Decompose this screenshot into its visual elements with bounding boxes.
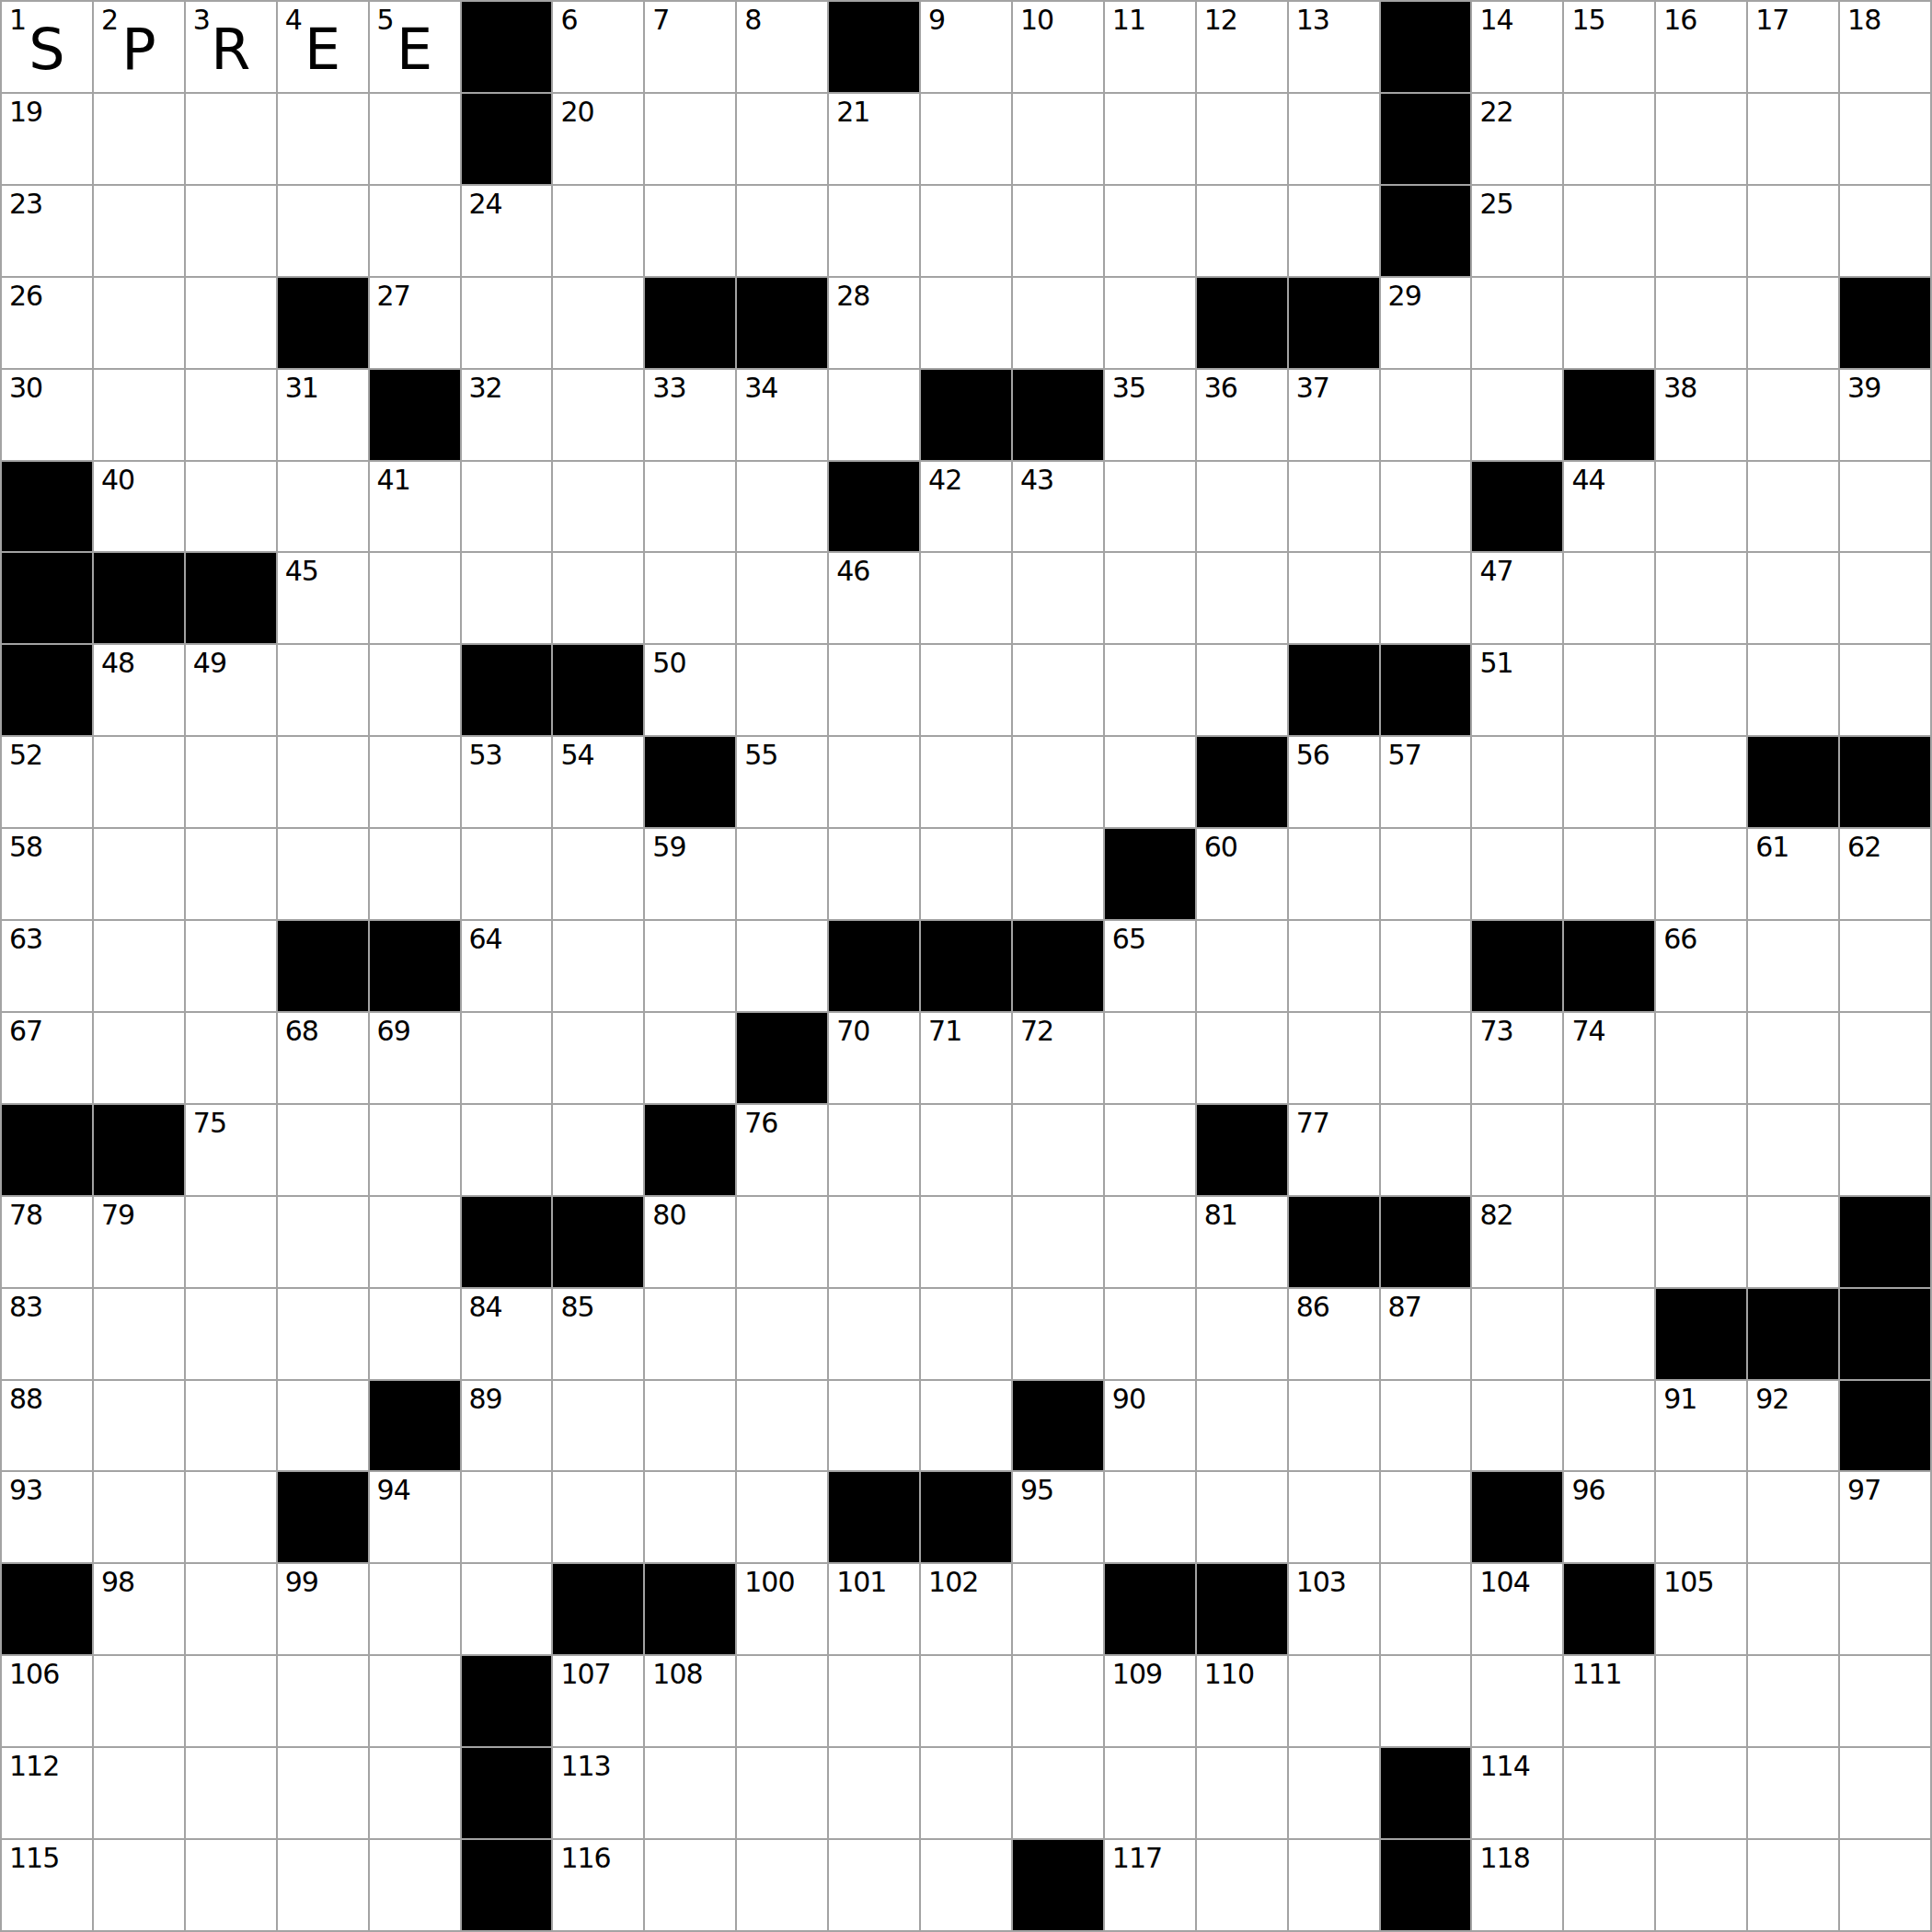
white-cell-r9c9[interactable] xyxy=(829,829,919,919)
white-cell-r2c16[interactable]: 25 xyxy=(1472,186,1562,276)
white-cell-r3c2[interactable] xyxy=(186,278,276,368)
white-cell-r6c15[interactable] xyxy=(1381,553,1471,643)
white-cell-r2c12[interactable] xyxy=(1105,186,1195,276)
white-cell-r18c7[interactable]: 108 xyxy=(645,1656,735,1746)
white-cell-r18c2[interactable] xyxy=(186,1656,276,1746)
white-cell-r4c19[interactable] xyxy=(1748,370,1838,460)
white-cell-r15c10[interactable] xyxy=(921,1381,1011,1471)
white-cell-r3c12[interactable] xyxy=(1105,278,1195,368)
white-cell-r6c4[interactable] xyxy=(370,553,460,643)
white-cell-r11c12[interactable] xyxy=(1105,1013,1195,1103)
white-cell-r0c1[interactable]: 2P xyxy=(94,2,184,92)
white-cell-r8c3[interactable] xyxy=(278,737,368,827)
white-cell-r15c13[interactable] xyxy=(1197,1381,1287,1471)
white-cell-r7c2[interactable]: 49 xyxy=(186,645,276,735)
white-cell-r11c17[interactable]: 74 xyxy=(1564,1013,1654,1103)
white-cell-r18c0[interactable]: 106 xyxy=(2,1656,92,1746)
white-cell-r19c13[interactable] xyxy=(1197,1748,1287,1838)
white-cell-r12c8[interactable]: 76 xyxy=(737,1105,827,1195)
white-cell-r9c18[interactable] xyxy=(1656,829,1746,919)
white-cell-r7c4[interactable] xyxy=(370,645,460,735)
white-cell-r13c18[interactable] xyxy=(1656,1197,1746,1287)
white-cell-r9c5[interactable] xyxy=(462,829,552,919)
white-cell-r14c2[interactable] xyxy=(186,1289,276,1379)
white-cell-r9c20[interactable]: 62 xyxy=(1840,829,1930,919)
white-cell-r5c13[interactable] xyxy=(1197,462,1287,552)
white-cell-r5c12[interactable] xyxy=(1105,462,1195,552)
white-cell-r5c3[interactable] xyxy=(278,462,368,552)
white-cell-r19c8[interactable] xyxy=(737,1748,827,1838)
white-cell-r13c7[interactable]: 80 xyxy=(645,1197,735,1287)
white-cell-r4c6[interactable] xyxy=(553,370,643,460)
white-cell-r8c1[interactable] xyxy=(94,737,184,827)
white-cell-r4c18[interactable]: 38 xyxy=(1656,370,1746,460)
white-cell-r19c14[interactable] xyxy=(1289,1748,1379,1838)
white-cell-r9c7[interactable]: 59 xyxy=(645,829,735,919)
white-cell-r15c18[interactable]: 91 xyxy=(1656,1381,1746,1471)
white-cell-r5c7[interactable] xyxy=(645,462,735,552)
white-cell-r15c8[interactable] xyxy=(737,1381,827,1471)
white-cell-r11c11[interactable]: 72 xyxy=(1013,1013,1103,1103)
white-cell-r5c17[interactable]: 44 xyxy=(1564,462,1654,552)
white-cell-r20c0[interactable]: 115 xyxy=(2,1840,92,1930)
white-cell-r18c19[interactable] xyxy=(1748,1656,1838,1746)
white-cell-r4c13[interactable]: 36 xyxy=(1197,370,1287,460)
white-cell-r6c13[interactable] xyxy=(1197,553,1287,643)
white-cell-r9c2[interactable] xyxy=(186,829,276,919)
white-cell-r13c12[interactable] xyxy=(1105,1197,1195,1287)
white-cell-r3c18[interactable] xyxy=(1656,278,1746,368)
white-cell-r15c6[interactable] xyxy=(553,1381,643,1471)
white-cell-r18c11[interactable] xyxy=(1013,1656,1103,1746)
white-cell-r2c6[interactable] xyxy=(553,186,643,276)
white-cell-r2c9[interactable] xyxy=(829,186,919,276)
white-cell-r6c10[interactable] xyxy=(921,553,1011,643)
white-cell-r4c14[interactable]: 37 xyxy=(1289,370,1379,460)
white-cell-r14c9[interactable] xyxy=(829,1289,919,1379)
white-cell-r8c8[interactable]: 55 xyxy=(737,737,827,827)
white-cell-r6c20[interactable] xyxy=(1840,553,1930,643)
white-cell-r7c10[interactable] xyxy=(921,645,1011,735)
white-cell-r2c2[interactable] xyxy=(186,186,276,276)
white-cell-r7c16[interactable]: 51 xyxy=(1472,645,1562,735)
white-cell-r19c16[interactable]: 114 xyxy=(1472,1748,1562,1838)
white-cell-r9c3[interactable] xyxy=(278,829,368,919)
white-cell-r17c16[interactable]: 104 xyxy=(1472,1564,1562,1654)
white-cell-r19c3[interactable] xyxy=(278,1748,368,1838)
white-cell-r6c18[interactable] xyxy=(1656,553,1746,643)
white-cell-r0c20[interactable]: 18 xyxy=(1840,2,1930,92)
white-cell-r14c15[interactable]: 87 xyxy=(1381,1289,1471,1379)
white-cell-r11c3[interactable]: 68 xyxy=(278,1013,368,1103)
white-cell-r16c20[interactable]: 97 xyxy=(1840,1472,1930,1562)
white-cell-r2c3[interactable] xyxy=(278,186,368,276)
white-cell-r13c3[interactable] xyxy=(278,1197,368,1287)
white-cell-r19c12[interactable] xyxy=(1105,1748,1195,1838)
white-cell-r11c16[interactable]: 73 xyxy=(1472,1013,1562,1103)
white-cell-r19c17[interactable] xyxy=(1564,1748,1654,1838)
white-cell-r19c1[interactable] xyxy=(94,1748,184,1838)
white-cell-r2c8[interactable] xyxy=(737,186,827,276)
white-cell-r17c18[interactable]: 105 xyxy=(1656,1564,1746,1654)
white-cell-r17c1[interactable]: 98 xyxy=(94,1564,184,1654)
white-cell-r20c13[interactable] xyxy=(1197,1840,1287,1930)
white-cell-r19c10[interactable] xyxy=(921,1748,1011,1838)
white-cell-r19c11[interactable] xyxy=(1013,1748,1103,1838)
white-cell-r14c8[interactable] xyxy=(737,1289,827,1379)
white-cell-r7c3[interactable] xyxy=(278,645,368,735)
white-cell-r9c11[interactable] xyxy=(1013,829,1103,919)
white-cell-r10c6[interactable] xyxy=(553,921,643,1011)
white-cell-r14c10[interactable] xyxy=(921,1289,1011,1379)
white-cell-r11c14[interactable] xyxy=(1289,1013,1379,1103)
white-cell-r13c2[interactable] xyxy=(186,1197,276,1287)
white-cell-r8c6[interactable]: 54 xyxy=(553,737,643,827)
white-cell-r1c7[interactable] xyxy=(645,94,735,184)
white-cell-r6c16[interactable]: 47 xyxy=(1472,553,1562,643)
white-cell-r4c5[interactable]: 32 xyxy=(462,370,552,460)
white-cell-r1c17[interactable] xyxy=(1564,94,1654,184)
white-cell-r20c20[interactable] xyxy=(1840,1840,1930,1930)
white-cell-r16c11[interactable]: 95 xyxy=(1013,1472,1103,1562)
white-cell-r11c4[interactable]: 69 xyxy=(370,1013,460,1103)
white-cell-r11c9[interactable]: 70 xyxy=(829,1013,919,1103)
white-cell-r16c5[interactable] xyxy=(462,1472,552,1562)
white-cell-r15c3[interactable] xyxy=(278,1381,368,1471)
white-cell-r16c1[interactable] xyxy=(94,1472,184,1562)
white-cell-r14c0[interactable]: 83 xyxy=(2,1289,92,1379)
white-cell-r10c0[interactable]: 63 xyxy=(2,921,92,1011)
white-cell-r16c15[interactable] xyxy=(1381,1472,1471,1562)
white-cell-r0c18[interactable]: 16 xyxy=(1656,2,1746,92)
white-cell-r4c12[interactable]: 35 xyxy=(1105,370,1195,460)
white-cell-r19c0[interactable]: 112 xyxy=(2,1748,92,1838)
white-cell-r15c0[interactable]: 88 xyxy=(2,1381,92,1471)
white-cell-r4c7[interactable]: 33 xyxy=(645,370,735,460)
white-cell-r9c14[interactable] xyxy=(1289,829,1379,919)
white-cell-r6c17[interactable] xyxy=(1564,553,1654,643)
white-cell-r17c11[interactable] xyxy=(1013,1564,1103,1654)
white-cell-r14c17[interactable] xyxy=(1564,1289,1654,1379)
white-cell-r11c2[interactable] xyxy=(186,1013,276,1103)
white-cell-r14c16[interactable] xyxy=(1472,1289,1562,1379)
white-cell-r10c19[interactable] xyxy=(1748,921,1838,1011)
white-cell-r13c16[interactable]: 82 xyxy=(1472,1197,1562,1287)
white-cell-r12c18[interactable] xyxy=(1656,1105,1746,1195)
white-cell-r18c15[interactable] xyxy=(1381,1656,1471,1746)
white-cell-r18c8[interactable] xyxy=(737,1656,827,1746)
white-cell-r7c7[interactable]: 50 xyxy=(645,645,735,735)
white-cell-r7c11[interactable] xyxy=(1013,645,1103,735)
white-cell-r18c1[interactable] xyxy=(94,1656,184,1746)
white-cell-r20c14[interactable] xyxy=(1289,1840,1379,1930)
white-cell-r17c3[interactable]: 99 xyxy=(278,1564,368,1654)
white-cell-r14c11[interactable] xyxy=(1013,1289,1103,1379)
white-cell-r6c14[interactable] xyxy=(1289,553,1379,643)
white-cell-r10c8[interactable] xyxy=(737,921,827,1011)
white-cell-r18c9[interactable] xyxy=(829,1656,919,1746)
white-cell-r4c16[interactable] xyxy=(1472,370,1562,460)
white-cell-r12c19[interactable] xyxy=(1748,1105,1838,1195)
white-cell-r11c15[interactable] xyxy=(1381,1013,1471,1103)
white-cell-r5c2[interactable] xyxy=(186,462,276,552)
white-cell-r5c11[interactable]: 43 xyxy=(1013,462,1103,552)
white-cell-r0c13[interactable]: 12 xyxy=(1197,2,1287,92)
white-cell-r9c6[interactable] xyxy=(553,829,643,919)
white-cell-r7c19[interactable] xyxy=(1748,645,1838,735)
white-cell-r0c8[interactable]: 8 xyxy=(737,2,827,92)
white-cell-r0c7[interactable]: 7 xyxy=(645,2,735,92)
white-cell-r12c6[interactable] xyxy=(553,1105,643,1195)
white-cell-r1c13[interactable] xyxy=(1197,94,1287,184)
white-cell-r5c18[interactable] xyxy=(1656,462,1746,552)
white-cell-r18c18[interactable] xyxy=(1656,1656,1746,1746)
white-cell-r2c19[interactable] xyxy=(1748,186,1838,276)
white-cell-r6c19[interactable] xyxy=(1748,553,1838,643)
white-cell-r17c10[interactable]: 102 xyxy=(921,1564,1011,1654)
white-cell-r4c0[interactable]: 30 xyxy=(2,370,92,460)
white-cell-r3c15[interactable]: 29 xyxy=(1381,278,1471,368)
white-cell-r16c6[interactable] xyxy=(553,1472,643,1562)
white-cell-r3c9[interactable]: 28 xyxy=(829,278,919,368)
white-cell-r16c18[interactable] xyxy=(1656,1472,1746,1562)
white-cell-r18c3[interactable] xyxy=(278,1656,368,1746)
white-cell-r15c5[interactable]: 89 xyxy=(462,1381,552,1471)
white-cell-r19c18[interactable] xyxy=(1656,1748,1746,1838)
white-cell-r9c8[interactable] xyxy=(737,829,827,919)
white-cell-r15c7[interactable] xyxy=(645,1381,735,1471)
white-cell-r10c1[interactable] xyxy=(94,921,184,1011)
white-cell-r0c2[interactable]: 3R xyxy=(186,2,276,92)
white-cell-r19c2[interactable] xyxy=(186,1748,276,1838)
white-cell-r13c8[interactable] xyxy=(737,1197,827,1287)
white-cell-r3c11[interactable] xyxy=(1013,278,1103,368)
white-cell-r11c18[interactable] xyxy=(1656,1013,1746,1103)
white-cell-r1c2[interactable] xyxy=(186,94,276,184)
white-cell-r6c12[interactable] xyxy=(1105,553,1195,643)
white-cell-r0c11[interactable]: 10 xyxy=(1013,2,1103,92)
white-cell-r17c19[interactable] xyxy=(1748,1564,1838,1654)
white-cell-r9c17[interactable] xyxy=(1564,829,1654,919)
white-cell-r3c5[interactable] xyxy=(462,278,552,368)
white-cell-r2c20[interactable] xyxy=(1840,186,1930,276)
white-cell-r9c15[interactable] xyxy=(1381,829,1471,919)
white-cell-r15c16[interactable] xyxy=(1472,1381,1562,1471)
white-cell-r9c10[interactable] xyxy=(921,829,1011,919)
white-cell-r5c4[interactable]: 41 xyxy=(370,462,460,552)
white-cell-r18c10[interactable] xyxy=(921,1656,1011,1746)
white-cell-r12c20[interactable] xyxy=(1840,1105,1930,1195)
white-cell-r14c13[interactable] xyxy=(1197,1289,1287,1379)
white-cell-r5c10[interactable]: 42 xyxy=(921,462,1011,552)
white-cell-r5c8[interactable] xyxy=(737,462,827,552)
white-cell-r11c1[interactable] xyxy=(94,1013,184,1103)
white-cell-r12c17[interactable] xyxy=(1564,1105,1654,1195)
white-cell-r20c17[interactable] xyxy=(1564,1840,1654,1930)
white-cell-r12c15[interactable] xyxy=(1381,1105,1471,1195)
white-cell-r16c17[interactable]: 96 xyxy=(1564,1472,1654,1562)
white-cell-r15c15[interactable] xyxy=(1381,1381,1471,1471)
white-cell-r4c15[interactable] xyxy=(1381,370,1471,460)
white-cell-r11c5[interactable] xyxy=(462,1013,552,1103)
white-cell-r1c6[interactable]: 20 xyxy=(553,94,643,184)
white-cell-r0c6[interactable]: 6 xyxy=(553,2,643,92)
white-cell-r5c20[interactable] xyxy=(1840,462,1930,552)
white-cell-r17c8[interactable]: 100 xyxy=(737,1564,827,1654)
white-cell-r1c4[interactable] xyxy=(370,94,460,184)
white-cell-r20c19[interactable] xyxy=(1748,1840,1838,1930)
white-cell-r15c17[interactable] xyxy=(1564,1381,1654,1471)
white-cell-r0c19[interactable]: 17 xyxy=(1748,2,1838,92)
white-cell-r5c1[interactable]: 40 xyxy=(94,462,184,552)
white-cell-r8c15[interactable]: 57 xyxy=(1381,737,1471,827)
white-cell-r12c10[interactable] xyxy=(921,1105,1011,1195)
white-cell-r16c14[interactable] xyxy=(1289,1472,1379,1562)
white-cell-r12c3[interactable] xyxy=(278,1105,368,1195)
white-cell-r5c5[interactable] xyxy=(462,462,552,552)
white-cell-r16c7[interactable] xyxy=(645,1472,735,1562)
white-cell-r12c11[interactable] xyxy=(1013,1105,1103,1195)
white-cell-r6c5[interactable] xyxy=(462,553,552,643)
white-cell-r20c3[interactable] xyxy=(278,1840,368,1930)
white-cell-r11c19[interactable] xyxy=(1748,1013,1838,1103)
white-cell-r15c14[interactable] xyxy=(1289,1381,1379,1471)
white-cell-r10c7[interactable] xyxy=(645,921,735,1011)
white-cell-r5c15[interactable] xyxy=(1381,462,1471,552)
white-cell-r13c0[interactable]: 78 xyxy=(2,1197,92,1287)
white-cell-r11c20[interactable] xyxy=(1840,1013,1930,1103)
white-cell-r17c20[interactable] xyxy=(1840,1564,1930,1654)
white-cell-r0c0[interactable]: 1S xyxy=(2,2,92,92)
white-cell-r1c12[interactable] xyxy=(1105,94,1195,184)
white-cell-r7c18[interactable] xyxy=(1656,645,1746,735)
white-cell-r17c9[interactable]: 101 xyxy=(829,1564,919,1654)
white-cell-r3c6[interactable] xyxy=(553,278,643,368)
white-cell-r2c4[interactable] xyxy=(370,186,460,276)
white-cell-r1c3[interactable] xyxy=(278,94,368,184)
white-cell-r13c13[interactable]: 81 xyxy=(1197,1197,1287,1287)
white-cell-r14c3[interactable] xyxy=(278,1289,368,1379)
white-cell-r8c0[interactable]: 52 xyxy=(2,737,92,827)
white-cell-r8c12[interactable] xyxy=(1105,737,1195,827)
white-cell-r10c14[interactable] xyxy=(1289,921,1379,1011)
white-cell-r18c12[interactable]: 109 xyxy=(1105,1656,1195,1746)
white-cell-r9c19[interactable]: 61 xyxy=(1748,829,1838,919)
white-cell-r16c19[interactable] xyxy=(1748,1472,1838,1562)
white-cell-r3c4[interactable]: 27 xyxy=(370,278,460,368)
white-cell-r8c17[interactable] xyxy=(1564,737,1654,827)
white-cell-r13c1[interactable]: 79 xyxy=(94,1197,184,1287)
white-cell-r4c9[interactable] xyxy=(829,370,919,460)
white-cell-r4c3[interactable]: 31 xyxy=(278,370,368,460)
white-cell-r12c12[interactable] xyxy=(1105,1105,1195,1195)
white-cell-r20c18[interactable] xyxy=(1656,1840,1746,1930)
white-cell-r18c16[interactable] xyxy=(1472,1656,1562,1746)
white-cell-r0c4[interactable]: 5E xyxy=(370,2,460,92)
white-cell-r17c14[interactable]: 103 xyxy=(1289,1564,1379,1654)
white-cell-r2c10[interactable] xyxy=(921,186,1011,276)
white-cell-r10c12[interactable]: 65 xyxy=(1105,921,1195,1011)
white-cell-r3c17[interactable] xyxy=(1564,278,1654,368)
white-cell-r12c4[interactable] xyxy=(370,1105,460,1195)
white-cell-r12c14[interactable]: 77 xyxy=(1289,1105,1379,1195)
white-cell-r3c1[interactable] xyxy=(94,278,184,368)
white-cell-r16c4[interactable]: 94 xyxy=(370,1472,460,1562)
white-cell-r20c6[interactable]: 116 xyxy=(553,1840,643,1930)
white-cell-r17c5[interactable] xyxy=(462,1564,552,1654)
white-cell-r2c11[interactable] xyxy=(1013,186,1103,276)
white-cell-r20c1[interactable] xyxy=(94,1840,184,1930)
white-cell-r13c4[interactable] xyxy=(370,1197,460,1287)
white-cell-r18c6[interactable]: 107 xyxy=(553,1656,643,1746)
white-cell-r19c9[interactable] xyxy=(829,1748,919,1838)
white-cell-r11c10[interactable]: 71 xyxy=(921,1013,1011,1103)
white-cell-r10c20[interactable] xyxy=(1840,921,1930,1011)
white-cell-r5c14[interactable] xyxy=(1289,462,1379,552)
white-cell-r14c6[interactable]: 85 xyxy=(553,1289,643,1379)
white-cell-r18c13[interactable]: 110 xyxy=(1197,1656,1287,1746)
white-cell-r3c10[interactable] xyxy=(921,278,1011,368)
white-cell-r6c11[interactable] xyxy=(1013,553,1103,643)
white-cell-r3c0[interactable]: 26 xyxy=(2,278,92,368)
white-cell-r15c2[interactable] xyxy=(186,1381,276,1471)
white-cell-r7c9[interactable] xyxy=(829,645,919,735)
white-cell-r13c10[interactable] xyxy=(921,1197,1011,1287)
white-cell-r6c9[interactable]: 46 xyxy=(829,553,919,643)
white-cell-r8c16[interactable] xyxy=(1472,737,1562,827)
white-cell-r18c4[interactable] xyxy=(370,1656,460,1746)
white-cell-r12c16[interactable] xyxy=(1472,1105,1562,1195)
white-cell-r14c4[interactable] xyxy=(370,1289,460,1379)
white-cell-r7c17[interactable] xyxy=(1564,645,1654,735)
white-cell-r9c13[interactable]: 60 xyxy=(1197,829,1287,919)
white-cell-r8c5[interactable]: 53 xyxy=(462,737,552,827)
white-cell-r2c13[interactable] xyxy=(1197,186,1287,276)
white-cell-r1c9[interactable]: 21 xyxy=(829,94,919,184)
white-cell-r0c3[interactable]: 4E xyxy=(278,2,368,92)
white-cell-r5c19[interactable] xyxy=(1748,462,1838,552)
white-cell-r6c8[interactable] xyxy=(737,553,827,643)
white-cell-r8c18[interactable] xyxy=(1656,737,1746,827)
white-cell-r17c2[interactable] xyxy=(186,1564,276,1654)
white-cell-r13c19[interactable] xyxy=(1748,1197,1838,1287)
white-cell-r17c4[interactable] xyxy=(370,1564,460,1654)
white-cell-r18c17[interactable]: 111 xyxy=(1564,1656,1654,1746)
white-cell-r1c18[interactable] xyxy=(1656,94,1746,184)
white-cell-r8c11[interactable] xyxy=(1013,737,1103,827)
white-cell-r10c5[interactable]: 64 xyxy=(462,921,552,1011)
white-cell-r9c0[interactable]: 58 xyxy=(2,829,92,919)
white-cell-r2c0[interactable]: 23 xyxy=(2,186,92,276)
white-cell-r2c18[interactable] xyxy=(1656,186,1746,276)
white-cell-r20c4[interactable] xyxy=(370,1840,460,1930)
white-cell-r7c12[interactable] xyxy=(1105,645,1195,735)
white-cell-r18c14[interactable] xyxy=(1289,1656,1379,1746)
white-cell-r6c7[interactable] xyxy=(645,553,735,643)
white-cell-r2c14[interactable] xyxy=(1289,186,1379,276)
white-cell-r20c12[interactable]: 117 xyxy=(1105,1840,1195,1930)
white-cell-r9c1[interactable] xyxy=(94,829,184,919)
white-cell-r19c20[interactable] xyxy=(1840,1748,1930,1838)
white-cell-r16c13[interactable] xyxy=(1197,1472,1287,1562)
white-cell-r0c17[interactable]: 15 xyxy=(1564,2,1654,92)
white-cell-r19c7[interactable] xyxy=(645,1748,735,1838)
white-cell-r4c2[interactable] xyxy=(186,370,276,460)
white-cell-r1c1[interactable] xyxy=(94,94,184,184)
white-cell-r20c2[interactable] xyxy=(186,1840,276,1930)
white-cell-r7c8[interactable] xyxy=(737,645,827,735)
white-cell-r3c19[interactable] xyxy=(1748,278,1838,368)
